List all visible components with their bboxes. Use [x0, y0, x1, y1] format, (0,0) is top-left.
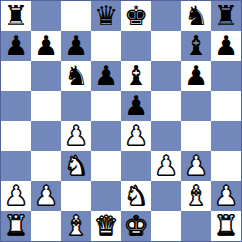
square-e4[interactable]: ♟ — [121, 121, 151, 151]
square-e6[interactable]: ♝ — [121, 61, 151, 91]
square-h7[interactable]: ♟ — [211, 31, 241, 61]
piece-black-king[interactable]: ♚ — [124, 1, 148, 31]
piece-black-bishop[interactable]: ♝ — [124, 61, 148, 91]
square-h1[interactable]: ♜ — [211, 211, 241, 241]
piece-white-pawn[interactable]: ♟ — [4, 181, 28, 211]
piece-black-pawn[interactable]: ♟ — [214, 31, 238, 61]
square-g8[interactable]: ♞ — [181, 1, 211, 31]
chess-board-wrap: ♜♛♚♞♜♟♟♟♝♟♞♟♝♟♟♟♟♞♟♟♟♟♞♝♟♜♝♛♚♜ — [0, 0, 242, 242]
square-e2[interactable]: ♞ — [121, 181, 151, 211]
square-h4[interactable] — [211, 121, 241, 151]
square-f6[interactable] — [151, 61, 181, 91]
square-c8[interactable] — [61, 1, 91, 31]
square-d8[interactable]: ♛ — [91, 1, 121, 31]
square-c1[interactable]: ♝ — [61, 211, 91, 241]
square-d1[interactable]: ♛ — [91, 211, 121, 241]
square-b6[interactable] — [31, 61, 61, 91]
square-h6[interactable] — [211, 61, 241, 91]
square-f4[interactable] — [151, 121, 181, 151]
piece-white-rook[interactable]: ♜ — [214, 211, 238, 241]
square-c6[interactable]: ♞ — [61, 61, 91, 91]
square-a1[interactable]: ♜ — [1, 211, 31, 241]
piece-black-pawn[interactable]: ♟ — [184, 61, 208, 91]
square-f8[interactable] — [151, 1, 181, 31]
square-c5[interactable] — [61, 91, 91, 121]
piece-white-king[interactable]: ♚ — [124, 211, 148, 241]
piece-white-queen[interactable]: ♛ — [94, 211, 118, 241]
piece-black-pawn[interactable]: ♟ — [4, 31, 28, 61]
chess-board: ♜♛♚♞♜♟♟♟♝♟♞♟♝♟♟♟♟♞♟♟♟♟♞♝♟♜♝♛♚♜ — [0, 0, 242, 242]
piece-black-pawn[interactable]: ♟ — [124, 91, 148, 121]
piece-white-pawn[interactable]: ♟ — [154, 151, 178, 181]
piece-black-rook[interactable]: ♜ — [214, 1, 238, 31]
square-a5[interactable] — [1, 91, 31, 121]
square-g7[interactable]: ♝ — [181, 31, 211, 61]
square-b3[interactable] — [31, 151, 61, 181]
square-d3[interactable] — [91, 151, 121, 181]
square-c4[interactable]: ♟ — [61, 121, 91, 151]
piece-white-knight[interactable]: ♞ — [124, 181, 148, 211]
square-f5[interactable] — [151, 91, 181, 121]
square-e3[interactable] — [121, 151, 151, 181]
square-d6[interactable]: ♟ — [91, 61, 121, 91]
square-e8[interactable]: ♚ — [121, 1, 151, 31]
square-g5[interactable] — [181, 91, 211, 121]
square-a7[interactable]: ♟ — [1, 31, 31, 61]
square-e1[interactable]: ♚ — [121, 211, 151, 241]
piece-black-pawn[interactable]: ♟ — [94, 61, 118, 91]
square-a2[interactable]: ♟ — [1, 181, 31, 211]
piece-white-rook[interactable]: ♜ — [4, 211, 28, 241]
square-e5[interactable]: ♟ — [121, 91, 151, 121]
square-a6[interactable] — [1, 61, 31, 91]
square-a3[interactable] — [1, 151, 31, 181]
square-d7[interactable] — [91, 31, 121, 61]
square-g4[interactable] — [181, 121, 211, 151]
square-b4[interactable] — [31, 121, 61, 151]
piece-black-queen[interactable]: ♛ — [94, 1, 118, 31]
square-g6[interactable]: ♟ — [181, 61, 211, 91]
square-b2[interactable]: ♟ — [31, 181, 61, 211]
square-f2[interactable] — [151, 181, 181, 211]
square-h5[interactable] — [211, 91, 241, 121]
square-f7[interactable] — [151, 31, 181, 61]
square-d2[interactable] — [91, 181, 121, 211]
piece-black-pawn[interactable]: ♟ — [64, 31, 88, 61]
piece-black-pawn[interactable]: ♟ — [34, 31, 58, 61]
square-b1[interactable] — [31, 211, 61, 241]
square-g1[interactable] — [181, 211, 211, 241]
piece-white-bishop[interactable]: ♝ — [184, 181, 208, 211]
piece-white-pawn[interactable]: ♟ — [64, 121, 88, 151]
square-f1[interactable] — [151, 211, 181, 241]
square-b5[interactable] — [31, 91, 61, 121]
square-f3[interactable]: ♟ — [151, 151, 181, 181]
square-b8[interactable] — [31, 1, 61, 31]
piece-white-pawn[interactable]: ♟ — [34, 181, 58, 211]
piece-black-knight[interactable]: ♞ — [184, 1, 208, 31]
square-h8[interactable]: ♜ — [211, 1, 241, 31]
square-a4[interactable] — [1, 121, 31, 151]
square-d5[interactable] — [91, 91, 121, 121]
piece-white-bishop[interactable]: ♝ — [64, 211, 88, 241]
piece-black-bishop[interactable]: ♝ — [184, 31, 208, 61]
piece-black-knight[interactable]: ♞ — [64, 61, 88, 91]
piece-black-rook[interactable]: ♜ — [4, 1, 28, 31]
piece-white-pawn[interactable]: ♟ — [124, 121, 148, 151]
square-c7[interactable]: ♟ — [61, 31, 91, 61]
square-e7[interactable] — [121, 31, 151, 61]
piece-white-pawn[interactable]: ♟ — [184, 151, 208, 181]
square-c2[interactable] — [61, 181, 91, 211]
piece-white-pawn[interactable]: ♟ — [214, 181, 238, 211]
square-c3[interactable]: ♞ — [61, 151, 91, 181]
square-d4[interactable] — [91, 121, 121, 151]
square-h2[interactable]: ♟ — [211, 181, 241, 211]
square-h3[interactable] — [211, 151, 241, 181]
square-a8[interactable]: ♜ — [1, 1, 31, 31]
piece-white-knight[interactable]: ♞ — [64, 151, 88, 181]
square-g3[interactable]: ♟ — [181, 151, 211, 181]
square-b7[interactable]: ♟ — [31, 31, 61, 61]
square-g2[interactable]: ♝ — [181, 181, 211, 211]
